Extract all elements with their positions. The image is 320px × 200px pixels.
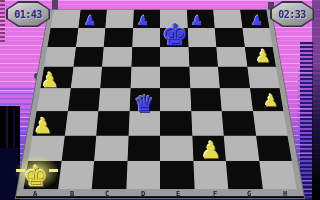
square-b4[interactable] [67,88,100,111]
square-h5[interactable] [247,67,280,88]
square-f5[interactable] [189,67,220,88]
square-g3[interactable] [222,111,256,135]
square-f1[interactable] [193,161,228,189]
square-e5[interactable] [160,67,190,88]
file-label-h: H [283,191,287,198]
square-c8[interactable] [105,10,133,28]
square-c1[interactable] [92,161,127,189]
square-g7[interactable] [215,28,245,47]
square-f4[interactable] [190,88,222,111]
square-d7[interactable] [132,28,160,47]
square-h1[interactable] [259,161,297,189]
blue-queen-d4[interactable]: ♛ [134,93,155,116]
file-label-e: E [176,191,180,198]
square-d5[interactable] [130,67,160,88]
yellow-pawn-f2[interactable]: ♟ [201,139,222,162]
square-d6[interactable] [131,47,160,67]
square-c3[interactable] [96,111,129,135]
square-g5[interactable] [218,67,250,88]
board-grid [23,10,296,189]
square-d1[interactable] [126,161,160,189]
file-label-b: B [70,191,74,198]
clock-time-left: 01:43 [14,9,42,20]
square-c5[interactable] [100,67,131,88]
square-c2[interactable] [94,135,128,161]
square-d2[interactable] [127,135,160,161]
square-a6[interactable] [44,47,76,67]
blue-pawn-b8[interactable]: ♟ [84,14,96,27]
square-f3[interactable] [191,111,224,135]
file-label-c: C [105,191,109,198]
yellow-pawn-a5[interactable]: ♟ [41,70,59,90]
square-h3[interactable] [253,111,288,135]
square-f7[interactable] [187,28,216,47]
blue-pawn-f8[interactable]: ♟ [191,14,203,27]
blue-king-e7[interactable]: ♚ [162,20,189,50]
square-b1[interactable] [58,161,94,189]
file-label-d: D [141,191,145,198]
blue-pawn-h8[interactable]: ♟ [251,14,263,27]
chess-board [16,10,304,198]
square-g8[interactable] [213,10,242,28]
square-b7[interactable] [76,28,106,47]
blue-pawn-d8[interactable]: ♟ [137,14,149,27]
square-g2[interactable] [224,135,259,161]
screen-edge-right [312,0,320,200]
square-f6[interactable] [188,47,218,67]
yellow-pawn-h6[interactable]: ♟ [255,48,270,65]
square-e3[interactable] [160,111,192,135]
square-b5[interactable] [70,67,102,88]
yellow-pawn-h4[interactable]: ♟ [264,93,278,109]
clock-time-right: 02:33 [278,9,306,20]
square-a8[interactable] [51,10,81,28]
clock-yellow-player: 02:33 [270,1,314,27]
square-a7[interactable] [47,28,78,47]
square-c7[interactable] [104,28,133,47]
square-h7[interactable] [242,28,273,47]
clock-blue-player: 01:43 [6,1,50,27]
square-h2[interactable] [256,135,292,161]
file-label-f: F [213,191,217,198]
game-screen: ABCDEFGH ♟♟♟♟♚♟♟♟♛♟♟♚ 01:43 02:33 [0,0,320,200]
square-g4[interactable] [220,88,253,111]
square-c6[interactable] [102,47,132,67]
square-c4[interactable] [98,88,130,111]
yellow-king-a1[interactable]: ♚ [23,163,48,191]
square-b2[interactable] [61,135,96,161]
square-a4[interactable] [37,88,71,111]
square-b6[interactable] [73,47,104,67]
square-e4[interactable] [160,88,191,111]
square-e1[interactable] [160,161,194,189]
square-e2[interactable] [160,135,193,161]
file-label-g: G [247,191,251,198]
yellow-pawn-a3[interactable]: ♟ [34,116,53,137]
square-b3[interactable] [64,111,98,135]
square-g1[interactable] [226,161,262,189]
board-bottom-edge [16,196,304,198]
square-g6[interactable] [216,47,247,67]
sky-dither-top-left [0,0,5,42]
